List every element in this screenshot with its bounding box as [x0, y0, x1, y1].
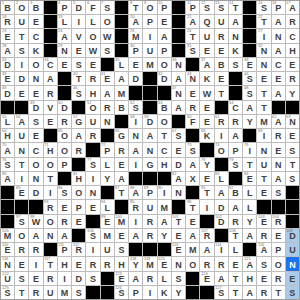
- cell-9-14[interactable]: 68K: [200, 129, 213, 142]
- cell-3-7[interactable]: S: [101, 44, 114, 57]
- cell-19-19[interactable]: R: [272, 272, 285, 285]
- cell-19-10[interactable]: R: [143, 272, 156, 285]
- cell-14-4[interactable]: E: [58, 200, 71, 213]
- cell-11-18[interactable]: U: [257, 158, 270, 171]
- cell-2-0[interactable]: 23E: [1, 29, 14, 42]
- cell-17-4[interactable]: 111P: [58, 243, 71, 256]
- cell-11-7[interactable]: L: [101, 158, 114, 171]
- cell-10-19[interactable]: E: [272, 143, 285, 156]
- cell-11-11[interactable]: H: [158, 158, 171, 171]
- cell-11-0[interactable]: 76S: [1, 158, 14, 171]
- cell-20-19[interactable]: T: [272, 286, 285, 299]
- cell-14-9[interactable]: 95R: [129, 200, 142, 213]
- cell-12-15[interactable]: 83L: [215, 172, 228, 185]
- cell-17-15[interactable]: 114I: [215, 243, 228, 256]
- cell-4-19[interactable]: C: [272, 58, 285, 71]
- cell-12-6[interactable]: I: [86, 172, 99, 185]
- cell-0-4[interactable]: 4P: [58, 1, 71, 14]
- cell-16-19[interactable]: E: [272, 229, 285, 242]
- cell-15-7[interactable]: 99E: [101, 215, 114, 228]
- cell-18-10[interactable]: 119M: [143, 257, 156, 270]
- cell-1-20[interactable]: R: [286, 15, 299, 28]
- cell-5-5[interactable]: 40T: [72, 72, 85, 85]
- cell-8-14[interactable]: E: [200, 115, 213, 128]
- cell-5-12[interactable]: A: [172, 72, 185, 85]
- cell-18-8[interactable]: H: [115, 257, 128, 270]
- cell-16-20[interactable]: 109D: [286, 229, 299, 242]
- cell-17-8[interactable]: S: [115, 243, 128, 256]
- cell-2-13[interactable]: 26T: [186, 29, 199, 42]
- cell-9-6[interactable]: R: [86, 129, 99, 142]
- cell-19-0[interactable]: 122U: [1, 272, 14, 285]
- cell-13-1[interactable]: 85E: [15, 186, 28, 199]
- cell-9-9[interactable]: N: [129, 129, 142, 142]
- cell-5-3[interactable]: A: [44, 72, 57, 85]
- cell-9-5[interactable]: A: [72, 129, 85, 142]
- cell-8-9[interactable]: 58I: [129, 115, 142, 128]
- cell-7-18[interactable]: T: [257, 101, 270, 114]
- cell-6-15[interactable]: T: [215, 86, 228, 99]
- cell-19-8[interactable]: 123E: [115, 272, 128, 285]
- cell-8-1[interactable]: 56A: [15, 115, 28, 128]
- cell-7-4[interactable]: 50D: [58, 101, 71, 114]
- cell-1-19[interactable]: A: [272, 15, 285, 28]
- cell-17-1[interactable]: R: [15, 243, 28, 256]
- cell-2-9[interactable]: 25M: [129, 29, 142, 42]
- cell-8-10[interactable]: 59D: [143, 115, 156, 128]
- cell-0-19[interactable]: 16P: [272, 1, 285, 14]
- cell-0-10[interactable]: 9O: [143, 1, 156, 14]
- cell-1-13[interactable]: 21A: [186, 15, 199, 28]
- cell-8-4[interactable]: R: [58, 115, 71, 128]
- cell-7-7[interactable]: R: [101, 101, 114, 114]
- cell-11-10[interactable]: G: [143, 158, 156, 171]
- cell-20-20[interactable]: S: [286, 286, 299, 299]
- cell-13-14[interactable]: 91T: [200, 186, 213, 199]
- cell-12-1[interactable]: I: [15, 172, 28, 185]
- cell-19-5[interactable]: D: [72, 272, 85, 285]
- cell-6-3[interactable]: R: [44, 86, 57, 99]
- cell-0-16[interactable]: 14T: [229, 1, 242, 14]
- cell-17-20[interactable]: U: [286, 243, 299, 256]
- cell-17-12[interactable]: 113E: [172, 243, 185, 256]
- cell-11-1[interactable]: T: [15, 158, 28, 171]
- cell-17-2[interactable]: R: [29, 243, 42, 256]
- cell-11-20[interactable]: T: [286, 158, 299, 171]
- cell-15-5[interactable]: E: [72, 215, 85, 228]
- cell-4-1[interactable]: I: [15, 58, 28, 71]
- cell-11-13[interactable]: A: [186, 158, 199, 171]
- cell-12-19[interactable]: A: [272, 172, 285, 185]
- cell-20-8[interactable]: 126S: [115, 286, 128, 299]
- cell-7-16[interactable]: 54C: [229, 101, 242, 114]
- cell-7-12[interactable]: A: [172, 101, 185, 114]
- cell-12-14[interactable]: E: [200, 172, 213, 185]
- cell-1-10[interactable]: P: [143, 15, 156, 28]
- cell-5-13[interactable]: 43N: [186, 72, 199, 85]
- cell-18-13[interactable]: O: [186, 257, 199, 270]
- cell-4-20[interactable]: E: [286, 58, 299, 71]
- cell-4-18[interactable]: N: [257, 58, 270, 71]
- cell-11-14[interactable]: 78Y: [200, 158, 213, 171]
- cell-12-18[interactable]: T: [257, 172, 270, 185]
- cell-11-2[interactable]: O: [29, 158, 42, 171]
- cell-10-2[interactable]: C: [29, 143, 42, 156]
- cell-3-1[interactable]: S: [15, 44, 28, 57]
- cell-9-8[interactable]: 66G: [115, 129, 128, 142]
- cell-20-15[interactable]: 127S: [215, 286, 228, 299]
- cell-19-15[interactable]: A: [215, 272, 228, 285]
- cell-18-3[interactable]: 117T: [44, 257, 57, 270]
- cell-1-2[interactable]: E: [29, 15, 42, 28]
- cell-5-6[interactable]: R: [86, 72, 99, 85]
- cell-19-6[interactable]: S: [86, 272, 99, 285]
- cell-2-14[interactable]: U: [200, 29, 213, 42]
- cell-17-7[interactable]: U: [101, 243, 114, 256]
- cell-0-18[interactable]: 15S: [257, 1, 270, 14]
- cell-15-19[interactable]: 104R: [272, 215, 285, 228]
- cell-10-4[interactable]: O: [58, 143, 71, 156]
- cell-18-5[interactable]: E: [72, 257, 85, 270]
- cell-10-12[interactable]: E: [172, 143, 185, 156]
- cell-13-4[interactable]: 86S: [58, 186, 71, 199]
- cell-5-20[interactable]: R: [286, 72, 299, 85]
- cell-14-14[interactable]: I: [200, 200, 213, 213]
- cell-12-13[interactable]: X: [186, 172, 199, 185]
- cell-8-19[interactable]: 62A: [272, 115, 285, 128]
- cell-6-20[interactable]: Y: [286, 86, 299, 99]
- cell-2-19[interactable]: N: [272, 29, 285, 42]
- cell-3-19[interactable]: A: [272, 44, 285, 57]
- cell-10-7[interactable]: 72P: [101, 143, 114, 156]
- cell-5-8[interactable]: A: [115, 72, 128, 85]
- cell-11-3[interactable]: O: [44, 158, 57, 171]
- cell-15-9[interactable]: I: [129, 215, 142, 228]
- cell-12-5[interactable]: 81H: [72, 172, 85, 185]
- cell-16-4[interactable]: A: [58, 229, 71, 242]
- cell-15-18[interactable]: 103E: [257, 215, 270, 228]
- cell-18-17[interactable]: 121A: [243, 257, 256, 270]
- cell-13-19[interactable]: S: [272, 186, 285, 199]
- cell-1-4[interactable]: 19L: [58, 15, 71, 28]
- cell-2-18[interactable]: 27I: [257, 29, 270, 42]
- cell-14-7[interactable]: 94L: [101, 200, 114, 213]
- cell-0-7[interactable]: 7S: [101, 1, 114, 14]
- cell-14-17[interactable]: L: [243, 200, 256, 213]
- cell-7-3[interactable]: V: [44, 101, 57, 114]
- cell-5-19[interactable]: E: [272, 72, 285, 85]
- cell-4-15[interactable]: B: [215, 58, 228, 71]
- cell-0-13[interactable]: 11P: [186, 1, 199, 14]
- cell-10-11[interactable]: C: [158, 143, 171, 156]
- cell-11-17[interactable]: T: [243, 158, 256, 171]
- cell-10-13[interactable]: 73S: [186, 143, 199, 156]
- cell-5-7[interactable]: 41E: [101, 72, 114, 85]
- cell-6-7[interactable]: A: [101, 86, 114, 99]
- cell-8-16[interactable]: R: [229, 115, 242, 128]
- cell-14-13[interactable]: 96T: [186, 200, 199, 213]
- cell-6-14[interactable]: W: [200, 86, 213, 99]
- cell-3-18[interactable]: 32N: [257, 44, 270, 57]
- cell-0-14[interactable]: 12S: [200, 1, 213, 14]
- cell-3-5[interactable]: E: [72, 44, 85, 57]
- cell-3-6[interactable]: W: [86, 44, 99, 57]
- cell-4-14[interactable]: 37A: [200, 58, 213, 71]
- cell-6-13[interactable]: E: [186, 86, 199, 99]
- cell-0-11[interactable]: 10P: [158, 1, 171, 14]
- cell-11-6[interactable]: 77S: [86, 158, 99, 171]
- cell-16-1[interactable]: O: [15, 229, 28, 242]
- cell-17-5[interactable]: 112R: [72, 243, 85, 256]
- cell-20-9[interactable]: P: [129, 286, 142, 299]
- cell-9-0[interactable]: 64H: [1, 129, 14, 142]
- cell-16-7[interactable]: M: [101, 229, 114, 242]
- cell-12-20[interactable]: S: [286, 172, 299, 185]
- cell-16-14[interactable]: 107R: [200, 229, 213, 242]
- cell-17-18[interactable]: 115A: [257, 243, 270, 256]
- cell-16-8[interactable]: E: [115, 229, 128, 242]
- cell-16-10[interactable]: R: [143, 229, 156, 242]
- cell-1-5[interactable]: I: [72, 15, 85, 28]
- cell-9-12[interactable]: 67S: [172, 129, 185, 142]
- cell-10-10[interactable]: N: [143, 143, 156, 156]
- cell-14-3[interactable]: 93R: [44, 200, 57, 213]
- cell-19-17[interactable]: H: [243, 272, 256, 285]
- cell-9-15[interactable]: I: [215, 129, 228, 142]
- cell-15-2[interactable]: 98W: [29, 215, 42, 228]
- cell-10-0[interactable]: 70A: [1, 143, 14, 156]
- cell-2-11[interactable]: A: [158, 29, 171, 42]
- cell-20-3[interactable]: U: [44, 286, 57, 299]
- cell-7-2[interactable]: 49D: [29, 101, 42, 114]
- cell-10-20[interactable]: S: [286, 143, 299, 156]
- cell-3-10[interactable]: U: [143, 44, 156, 57]
- cell-16-9[interactable]: A: [129, 229, 142, 242]
- cell-19-12[interactable]: S: [172, 272, 185, 285]
- cell-3-15[interactable]: E: [215, 44, 228, 57]
- cell-16-16[interactable]: 108T: [229, 229, 242, 242]
- cell-19-14[interactable]: 124E: [200, 272, 213, 285]
- cell-3-9[interactable]: 30P: [129, 44, 142, 57]
- cell-16-2[interactable]: A: [29, 229, 42, 242]
- cell-19-18[interactable]: E: [257, 272, 270, 285]
- cell-13-17[interactable]: L: [243, 186, 256, 199]
- cell-18-1[interactable]: E: [15, 257, 28, 270]
- cell-9-1[interactable]: U: [15, 129, 28, 142]
- cell-10-18[interactable]: N: [257, 143, 270, 156]
- cell-1-9[interactable]: 20A: [129, 15, 142, 28]
- cell-15-13[interactable]: E: [186, 215, 199, 228]
- cell-15-1[interactable]: 97S: [15, 215, 28, 228]
- cell-19-11[interactable]: L: [158, 272, 171, 285]
- cell-13-11[interactable]: 90I: [158, 186, 171, 199]
- cell-7-17[interactable]: A: [243, 101, 256, 114]
- cell-15-8[interactable]: 100M: [115, 215, 128, 228]
- cell-2-7[interactable]: W: [101, 29, 114, 42]
- cell-20-17[interactable]: A: [243, 286, 256, 299]
- cell-14-6[interactable]: E: [86, 200, 99, 213]
- cell-8-20[interactable]: 63N: [286, 115, 299, 128]
- cell-19-20[interactable]: E: [286, 272, 299, 285]
- cell-15-4[interactable]: R: [58, 215, 71, 228]
- cell-11-4[interactable]: P: [58, 158, 71, 171]
- cell-18-20[interactable]: N: [286, 257, 299, 270]
- cell-1-7[interactable]: O: [101, 15, 114, 28]
- cell-10-16[interactable]: P: [229, 143, 242, 156]
- cell-0-9[interactable]: 8T: [129, 1, 142, 14]
- cell-14-10[interactable]: U: [143, 200, 156, 213]
- cell-10-1[interactable]: N: [15, 143, 28, 156]
- cell-18-19[interactable]: O: [272, 257, 285, 270]
- cell-18-6[interactable]: R: [86, 257, 99, 270]
- cell-20-10[interactable]: I: [143, 286, 156, 299]
- cell-16-6[interactable]: 106S: [86, 229, 99, 242]
- cell-4-4[interactable]: E: [58, 58, 71, 71]
- cell-6-2[interactable]: E: [29, 86, 42, 99]
- cell-18-18[interactable]: S: [257, 257, 270, 270]
- cell-11-8[interactable]: E: [115, 158, 128, 171]
- cell-15-10[interactable]: R: [143, 215, 156, 228]
- cell-9-19[interactable]: R: [272, 129, 285, 142]
- cell-0-1[interactable]: 2O: [15, 1, 28, 14]
- cell-1-0[interactable]: 18R: [1, 15, 14, 28]
- cell-5-15[interactable]: E: [215, 72, 228, 85]
- cell-12-0[interactable]: 80A: [1, 172, 14, 185]
- cell-18-14[interactable]: R: [200, 257, 213, 270]
- cell-17-0[interactable]: 110E: [1, 243, 14, 256]
- cell-4-16[interactable]: S: [229, 58, 242, 71]
- cell-17-16[interactable]: L: [229, 243, 242, 256]
- cell-18-0[interactable]: 116N: [1, 257, 14, 270]
- cell-13-6[interactable]: N: [86, 186, 99, 199]
- cell-5-1[interactable]: D: [15, 72, 28, 85]
- cell-5-9[interactable]: D: [129, 72, 142, 85]
- cell-17-6[interactable]: I: [86, 243, 99, 256]
- cell-1-18[interactable]: 22T: [257, 15, 270, 28]
- cell-0-5[interactable]: 5D: [72, 1, 85, 14]
- cell-20-12[interactable]: Y: [172, 286, 185, 299]
- cell-19-9[interactable]: A: [129, 272, 142, 285]
- cell-2-16[interactable]: N: [229, 29, 242, 42]
- cell-2-4[interactable]: 24A: [58, 29, 71, 42]
- cell-0-0[interactable]: 1B: [1, 1, 14, 14]
- cell-19-2[interactable]: E: [29, 272, 42, 285]
- cell-9-16[interactable]: A: [229, 129, 242, 142]
- cell-10-9[interactable]: A: [129, 143, 142, 156]
- cell-6-1[interactable]: E: [15, 86, 28, 99]
- cell-18-15[interactable]: R: [215, 257, 228, 270]
- cell-18-9[interactable]: 118Y: [129, 257, 142, 270]
- cell-5-0[interactable]: 39E: [1, 72, 14, 85]
- cell-8-3[interactable]: E: [44, 115, 57, 128]
- cell-3-4[interactable]: 29N: [58, 44, 71, 57]
- cell-9-20[interactable]: E: [286, 129, 299, 142]
- cell-13-2[interactable]: D: [29, 186, 42, 199]
- cell-4-3[interactable]: 34C: [44, 58, 57, 71]
- cell-19-3[interactable]: R: [44, 272, 57, 285]
- cell-4-10[interactable]: M: [143, 58, 156, 71]
- cell-13-15[interactable]: A: [215, 186, 228, 199]
- cell-6-19[interactable]: A: [272, 86, 285, 99]
- cell-13-3[interactable]: I: [44, 186, 57, 199]
- cell-0-6[interactable]: 6F: [86, 1, 99, 14]
- cell-13-10[interactable]: 89P: [143, 186, 156, 199]
- cell-19-16[interactable]: T: [229, 272, 242, 285]
- cell-17-13[interactable]: M: [186, 243, 199, 256]
- cell-12-3[interactable]: T: [44, 172, 57, 185]
- cell-11-12[interactable]: D: [172, 158, 185, 171]
- cell-7-6[interactable]: 51O: [86, 101, 99, 114]
- cell-10-8[interactable]: R: [115, 143, 128, 156]
- cell-16-0[interactable]: 105M: [1, 229, 14, 242]
- cell-0-15[interactable]: 13S: [215, 1, 228, 14]
- cell-16-17[interactable]: A: [243, 229, 256, 242]
- cell-20-1[interactable]: T: [15, 286, 28, 299]
- cell-4-5[interactable]: S: [72, 58, 85, 71]
- cell-4-0[interactable]: 33D: [1, 58, 14, 71]
- cell-8-5[interactable]: 57G: [72, 115, 85, 128]
- cell-8-11[interactable]: O: [158, 115, 171, 128]
- cell-2-10[interactable]: I: [143, 29, 156, 42]
- cell-15-12[interactable]: 101T: [172, 215, 185, 228]
- cell-6-5[interactable]: 46S: [72, 86, 85, 99]
- cell-13-8[interactable]: 87T: [115, 186, 128, 199]
- cell-8-6[interactable]: U: [86, 115, 99, 128]
- cell-5-2[interactable]: N: [29, 72, 42, 85]
- cell-3-16[interactable]: K: [229, 44, 242, 57]
- cell-8-13[interactable]: 60F: [186, 115, 199, 128]
- cell-16-18[interactable]: R: [257, 229, 270, 242]
- cell-15-11[interactable]: A: [158, 215, 171, 228]
- cell-17-19[interactable]: P: [272, 243, 285, 256]
- cell-13-18[interactable]: E: [257, 186, 270, 199]
- cell-3-0[interactable]: 28A: [1, 44, 14, 57]
- cell-7-14[interactable]: E: [200, 101, 213, 114]
- cell-18-4[interactable]: H: [58, 257, 71, 270]
- cell-11-16[interactable]: 79S: [229, 158, 242, 171]
- cell-3-20[interactable]: H: [286, 44, 299, 57]
- cell-20-2[interactable]: R: [29, 286, 42, 299]
- cell-4-8[interactable]: 35L: [115, 58, 128, 71]
- cell-18-16[interactable]: E: [229, 257, 242, 270]
- cell-8-0[interactable]: 55L: [1, 115, 14, 128]
- cell-20-16[interactable]: T: [229, 286, 242, 299]
- cell-3-14[interactable]: E: [200, 44, 213, 57]
- cell-2-2[interactable]: C: [29, 29, 42, 42]
- cell-7-9[interactable]: 52S: [129, 101, 142, 114]
- cell-3-11[interactable]: P: [158, 44, 171, 57]
- cell-8-17[interactable]: Y: [243, 115, 256, 128]
- cell-6-12[interactable]: 47N: [172, 86, 185, 99]
- cell-7-8[interactable]: B: [115, 101, 128, 114]
- cell-2-5[interactable]: V: [72, 29, 85, 42]
- cell-13-9[interactable]: 88A: [129, 186, 142, 199]
- cell-18-11[interactable]: 120E: [158, 257, 171, 270]
- cell-13-12[interactable]: N: [172, 186, 185, 199]
- cell-15-16[interactable]: R: [229, 215, 242, 228]
- cell-4-2[interactable]: O: [29, 58, 42, 71]
- cell-2-15[interactable]: R: [215, 29, 228, 42]
- cell-14-16[interactable]: A: [229, 200, 242, 213]
- cell-15-15[interactable]: 102D: [215, 215, 228, 228]
- cell-16-12[interactable]: E: [172, 229, 185, 242]
- cell-7-13[interactable]: R: [186, 101, 199, 114]
- cell-4-17[interactable]: 38E: [243, 58, 256, 71]
- cell-3-13[interactable]: 31S: [186, 44, 199, 57]
- cell-20-0[interactable]: 125S: [1, 286, 14, 299]
- cell-4-9[interactable]: E: [129, 58, 142, 71]
- cell-18-12[interactable]: N: [172, 257, 185, 270]
